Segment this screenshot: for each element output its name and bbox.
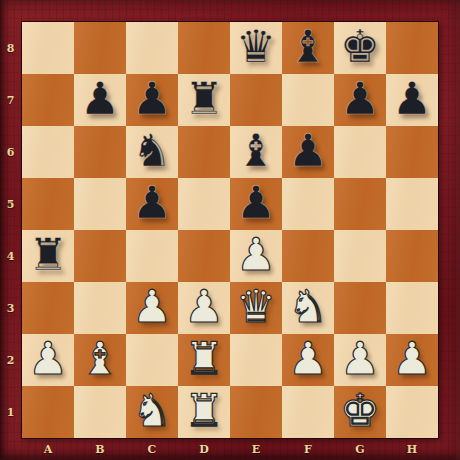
square-c7[interactable]: ♟ xyxy=(126,74,178,126)
file-labels: ABCDEFGH xyxy=(22,438,438,460)
rank-label-4: 4 xyxy=(7,230,15,282)
rank-label-3: 3 xyxy=(7,282,15,334)
square-e4[interactable]: ♟ xyxy=(230,230,282,282)
rank-label-1: 1 xyxy=(7,386,15,438)
square-a4[interactable]: ♜ xyxy=(22,230,74,282)
white-rook-d1[interactable]: ♜ xyxy=(184,388,224,433)
file-label-f: F xyxy=(282,443,334,456)
square-d4[interactable] xyxy=(178,230,230,282)
white-rook-d2[interactable]: ♜ xyxy=(184,336,224,381)
square-d5[interactable] xyxy=(178,178,230,230)
file-label-c: C xyxy=(126,443,178,456)
square-h8[interactable] xyxy=(386,22,438,74)
square-c8[interactable] xyxy=(126,22,178,74)
square-g5[interactable] xyxy=(334,178,386,230)
square-g8[interactable]: ♚ xyxy=(334,22,386,74)
white-knight-f3[interactable]: ♞ xyxy=(288,284,328,329)
rank-label-8: 8 xyxy=(7,22,15,74)
white-pawn-g2[interactable]: ♟ xyxy=(340,336,380,381)
square-b6[interactable] xyxy=(74,126,126,178)
square-f6[interactable]: ♟ xyxy=(282,126,334,178)
square-b2[interactable]: ♝ xyxy=(74,334,126,386)
black-pawn-c7[interactable]: ♟ xyxy=(132,76,172,121)
file-label-g: G xyxy=(334,443,386,456)
square-g2[interactable]: ♟ xyxy=(334,334,386,386)
square-d7[interactable]: ♜ xyxy=(178,74,230,126)
square-f4[interactable] xyxy=(282,230,334,282)
square-f3[interactable]: ♞ xyxy=(282,282,334,334)
square-c2[interactable] xyxy=(126,334,178,386)
square-a6[interactable] xyxy=(22,126,74,178)
black-pawn-e5[interactable]: ♟ xyxy=(236,180,276,225)
square-d6[interactable] xyxy=(178,126,230,178)
white-pawn-d3[interactable]: ♟ xyxy=(184,284,224,329)
black-king-g8[interactable]: ♚ xyxy=(340,24,380,69)
white-pawn-h2[interactable]: ♟ xyxy=(392,336,432,381)
square-c1[interactable]: ♞ xyxy=(126,386,178,438)
square-g4[interactable] xyxy=(334,230,386,282)
square-g6[interactable] xyxy=(334,126,386,178)
black-pawn-h7[interactable]: ♟ xyxy=(392,76,432,121)
white-knight-c1[interactable]: ♞ xyxy=(132,388,172,433)
white-pawn-c3[interactable]: ♟ xyxy=(132,284,172,329)
white-pawn-a2[interactable]: ♟ xyxy=(28,336,68,381)
black-bishop-e6[interactable]: ♝ xyxy=(236,128,276,173)
square-b3[interactable] xyxy=(74,282,126,334)
rank-label-7: 7 xyxy=(7,74,15,126)
square-g3[interactable] xyxy=(334,282,386,334)
black-knight-c6[interactable]: ♞ xyxy=(132,128,172,173)
square-c6[interactable]: ♞ xyxy=(126,126,178,178)
black-pawn-c5[interactable]: ♟ xyxy=(132,180,172,225)
board-frame: ♛♝♚♟♟♜♟♟♞♝♟♟♟♜♟♟♟♛♞♟♝♜♟♟♟♞♜♚ 87654321 AB… xyxy=(0,0,460,460)
square-a1[interactable] xyxy=(22,386,74,438)
white-queen-e3[interactable]: ♛ xyxy=(236,284,276,329)
square-f1[interactable] xyxy=(282,386,334,438)
square-h2[interactable]: ♟ xyxy=(386,334,438,386)
black-queen-e8[interactable]: ♛ xyxy=(236,24,276,69)
file-label-b: B xyxy=(74,443,126,456)
white-king-g1[interactable]: ♚ xyxy=(340,388,380,433)
square-e5[interactable]: ♟ xyxy=(230,178,282,230)
square-e2[interactable] xyxy=(230,334,282,386)
black-rook-a4[interactable]: ♜ xyxy=(28,232,68,277)
black-bishop-f8[interactable]: ♝ xyxy=(288,24,328,69)
square-f7[interactable] xyxy=(282,74,334,126)
white-pawn-f2[interactable]: ♟ xyxy=(288,336,328,381)
square-b1[interactable] xyxy=(74,386,126,438)
square-h3[interactable] xyxy=(386,282,438,334)
square-b7[interactable]: ♟ xyxy=(74,74,126,126)
square-a5[interactable] xyxy=(22,178,74,230)
black-pawn-f6[interactable]: ♟ xyxy=(288,128,328,173)
square-c3[interactable]: ♟ xyxy=(126,282,178,334)
square-e1[interactable] xyxy=(230,386,282,438)
square-f5[interactable] xyxy=(282,178,334,230)
rank-labels: 87654321 xyxy=(0,22,21,438)
white-pawn-e4[interactable]: ♟ xyxy=(236,232,276,277)
square-d8[interactable] xyxy=(178,22,230,74)
square-d2[interactable]: ♜ xyxy=(178,334,230,386)
file-label-e: E xyxy=(230,443,282,456)
square-f2[interactable]: ♟ xyxy=(282,334,334,386)
white-bishop-b2[interactable]: ♝ xyxy=(80,336,120,381)
square-d1[interactable]: ♜ xyxy=(178,386,230,438)
black-pawn-b7[interactable]: ♟ xyxy=(80,76,120,121)
black-rook-d7[interactable]: ♜ xyxy=(184,76,224,121)
square-h6[interactable] xyxy=(386,126,438,178)
square-h1[interactable] xyxy=(386,386,438,438)
square-e7[interactable] xyxy=(230,74,282,126)
rank-label-6: 6 xyxy=(7,126,15,178)
square-e6[interactable]: ♝ xyxy=(230,126,282,178)
square-f8[interactable]: ♝ xyxy=(282,22,334,74)
square-h7[interactable]: ♟ xyxy=(386,74,438,126)
square-c4[interactable] xyxy=(126,230,178,282)
square-b5[interactable] xyxy=(74,178,126,230)
square-h5[interactable] xyxy=(386,178,438,230)
file-label-d: D xyxy=(178,443,230,456)
square-b4[interactable] xyxy=(74,230,126,282)
file-label-a: A xyxy=(22,443,74,456)
square-b8[interactable] xyxy=(74,22,126,74)
square-a3[interactable] xyxy=(22,282,74,334)
square-g7[interactable]: ♟ xyxy=(334,74,386,126)
square-a7[interactable] xyxy=(22,74,74,126)
rank-label-2: 2 xyxy=(7,334,15,386)
square-a2[interactable]: ♟ xyxy=(22,334,74,386)
square-h4[interactable] xyxy=(386,230,438,282)
square-g1[interactable]: ♚ xyxy=(334,386,386,438)
square-e3[interactable]: ♛ xyxy=(230,282,282,334)
chess-board: ♛♝♚♟♟♜♟♟♞♝♟♟♟♜♟♟♟♛♞♟♝♜♟♟♟♞♜♚ xyxy=(22,22,438,438)
square-a8[interactable] xyxy=(22,22,74,74)
square-d3[interactable]: ♟ xyxy=(178,282,230,334)
rank-label-5: 5 xyxy=(7,178,15,230)
black-pawn-g7[interactable]: ♟ xyxy=(340,76,380,121)
square-c5[interactable]: ♟ xyxy=(126,178,178,230)
file-label-h: H xyxy=(386,443,438,456)
square-e8[interactable]: ♛ xyxy=(230,22,282,74)
